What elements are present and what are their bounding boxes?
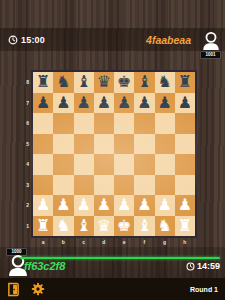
square-c1[interactable]: ♝ [74, 216, 94, 237]
white-king[interactable]: ♚ [117, 217, 131, 233]
player-timer: 14:59 [197, 261, 220, 271]
rank-label-5: 5 [20, 134, 29, 155]
square-g8[interactable]: ♞ [155, 72, 175, 93]
black-bishop[interactable]: ♝ [76, 74, 90, 90]
round-label: Round 1 [190, 286, 218, 293]
square-c7[interactable]: ♟ [74, 93, 94, 114]
square-e4[interactable] [114, 154, 134, 175]
square-b8[interactable]: ♞ [53, 72, 73, 93]
square-f8[interactable]: ♝ [134, 72, 154, 93]
white-rook[interactable]: ♜ [178, 217, 192, 233]
black-knight[interactable]: ♞ [157, 74, 171, 90]
file-label-a: a [33, 239, 53, 246]
file-label-b: b [53, 239, 73, 246]
square-a2[interactable]: ♟ [33, 195, 53, 216]
black-rook[interactable]: ♜ [178, 74, 192, 90]
square-c8[interactable]: ♝ [74, 72, 94, 93]
white-pawn[interactable]: ♟ [137, 197, 151, 213]
square-f7[interactable]: ♟ [134, 93, 154, 114]
white-queen[interactable]: ♛ [97, 217, 111, 233]
square-g4[interactable] [155, 154, 175, 175]
rank-label-4: 4 [20, 154, 29, 175]
square-e1[interactable]: ♚ [114, 216, 134, 237]
square-c4[interactable] [74, 154, 94, 175]
square-h3[interactable] [175, 175, 195, 196]
rank-label-7: 7 [20, 93, 29, 114]
black-pawn[interactable]: ♟ [36, 94, 50, 110]
square-g7[interactable]: ♟ [155, 93, 175, 114]
rank-label-1: 1 [20, 216, 29, 237]
white-pawn[interactable]: ♟ [36, 197, 50, 213]
square-c5[interactable] [74, 134, 94, 155]
black-knight[interactable]: ♞ [56, 74, 70, 90]
square-f4[interactable] [134, 154, 154, 175]
chess-board[interactable]: ♜♞♝♛♚♝♞♜♟♟♟♟♟♟♟♟♟♟♟♟♟♟♟♟♜♞♝♛♚♝♞♜ [33, 72, 195, 236]
file-label-g: g [155, 239, 175, 246]
file-labels: abcdefgh [33, 239, 195, 246]
black-pawn[interactable]: ♟ [76, 94, 90, 110]
square-d2[interactable]: ♟ [94, 195, 114, 216]
square-f6[interactable] [134, 113, 154, 134]
square-e2[interactable]: ♟ [114, 195, 134, 216]
square-h8[interactable]: ♜ [175, 72, 195, 93]
white-pawn[interactable]: ♟ [157, 197, 171, 213]
clock-icon [186, 262, 195, 271]
white-pawn[interactable]: ♟ [117, 197, 131, 213]
black-pawn[interactable]: ♟ [157, 94, 171, 110]
square-h1[interactable]: ♜ [175, 216, 195, 237]
opponent-name: 4faabeaa [146, 34, 191, 46]
file-label-e: e [114, 239, 134, 246]
settings-button[interactable] [31, 282, 45, 296]
rank-label-8: 8 [20, 72, 29, 93]
square-d6[interactable] [94, 113, 114, 134]
square-h4[interactable] [175, 154, 195, 175]
square-f1[interactable]: ♝ [134, 216, 154, 237]
square-d4[interactable] [94, 154, 114, 175]
white-pawn[interactable]: ♟ [97, 197, 111, 213]
square-a1[interactable]: ♜ [33, 216, 53, 237]
chess-board-frame: ♜♞♝♛♚♝♞♜♟♟♟♟♟♟♟♟♟♟♟♟♟♟♟♟♜♞♝♛♚♝♞♜ [31, 70, 197, 238]
square-b4[interactable] [53, 154, 73, 175]
square-h7[interactable]: ♟ [175, 93, 195, 114]
black-pawn[interactable]: ♟ [56, 94, 70, 110]
white-pawn[interactable]: ♟ [76, 197, 90, 213]
square-h5[interactable] [175, 134, 195, 155]
square-d8[interactable]: ♛ [94, 72, 114, 93]
square-g1[interactable]: ♞ [155, 216, 175, 237]
opponent-bar: 15:00 4faabeaa [0, 28, 225, 51]
square-b2[interactable]: ♟ [53, 195, 73, 216]
white-pawn[interactable]: ♟ [56, 197, 70, 213]
exit-button[interactable] [7, 282, 20, 297]
square-e3[interactable] [114, 175, 134, 196]
white-knight[interactable]: ♞ [56, 217, 70, 233]
player-name: ff63c2f8 [24, 260, 65, 272]
black-rook[interactable]: ♜ [36, 74, 50, 90]
black-pawn[interactable]: ♟ [97, 94, 111, 110]
opponent-avatar-icon[interactable] [200, 31, 222, 51]
square-g6[interactable] [155, 113, 175, 134]
opponent-rating-badge: 1001 [200, 51, 221, 59]
square-c2[interactable]: ♟ [74, 195, 94, 216]
white-bishop[interactable]: ♝ [76, 217, 90, 233]
white-pawn[interactable]: ♟ [178, 197, 192, 213]
square-a6[interactable] [33, 113, 53, 134]
gear-icon [31, 282, 45, 296]
square-g3[interactable] [155, 175, 175, 196]
player-bar: 1000 ff63c2f8 14:59 [0, 247, 225, 278]
square-e8[interactable]: ♚ [114, 72, 134, 93]
rank-label-6: 6 [20, 113, 29, 134]
square-f3[interactable] [134, 175, 154, 196]
square-a7[interactable]: ♟ [33, 93, 53, 114]
square-c6[interactable] [74, 113, 94, 134]
opponent-timer: 15:00 [21, 35, 45, 45]
square-f2[interactable]: ♟ [134, 195, 154, 216]
file-label-c: c [74, 239, 94, 246]
footer-bar: Round 1 [0, 278, 225, 300]
square-d7[interactable]: ♟ [94, 93, 114, 114]
rank-labels: 87654321 [20, 72, 29, 236]
black-bishop[interactable]: ♝ [137, 74, 151, 90]
square-b1[interactable]: ♞ [53, 216, 73, 237]
white-bishop[interactable]: ♝ [137, 217, 151, 233]
square-a3[interactable] [33, 175, 53, 196]
square-d1[interactable]: ♛ [94, 216, 114, 237]
game-screen: 15:00 4faabeaa 1001 87654321 ♜♞♝♛♚♝♞♜♟♟♟… [0, 0, 225, 300]
black-queen[interactable]: ♛ [97, 74, 111, 90]
square-c3[interactable] [74, 175, 94, 196]
square-b5[interactable] [53, 134, 73, 155]
square-e7[interactable]: ♟ [114, 93, 134, 114]
black-pawn[interactable]: ♟ [137, 94, 151, 110]
white-knight[interactable]: ♞ [157, 217, 171, 233]
square-b7[interactable]: ♟ [53, 93, 73, 114]
square-d5[interactable] [94, 134, 114, 155]
player-timer-group: 14:59 [186, 261, 220, 271]
square-g2[interactable]: ♟ [155, 195, 175, 216]
square-f5[interactable] [134, 134, 154, 155]
rank-label-2: 2 [20, 195, 29, 216]
square-a4[interactable] [33, 154, 53, 175]
door-exit-icon [7, 282, 20, 297]
square-a5[interactable] [33, 134, 53, 155]
white-rook[interactable]: ♜ [36, 217, 50, 233]
active-turn-indicator [20, 257, 220, 259]
file-label-f: f [134, 239, 154, 246]
square-a8[interactable]: ♜ [33, 72, 53, 93]
square-d3[interactable] [94, 175, 114, 196]
square-h6[interactable] [175, 113, 195, 134]
square-b3[interactable] [53, 175, 73, 196]
square-h2[interactable]: ♟ [175, 195, 195, 216]
clock-icon [8, 35, 18, 45]
black-pawn[interactable]: ♟ [178, 94, 192, 110]
square-e5[interactable] [114, 134, 134, 155]
black-king[interactable]: ♚ [117, 74, 131, 90]
square-e6[interactable] [114, 113, 134, 134]
rank-label-3: 3 [20, 175, 29, 196]
square-g5[interactable] [155, 134, 175, 155]
file-label-d: d [94, 239, 114, 246]
square-b6[interactable] [53, 113, 73, 134]
black-pawn[interactable]: ♟ [117, 94, 131, 110]
file-label-h: h [175, 239, 195, 246]
